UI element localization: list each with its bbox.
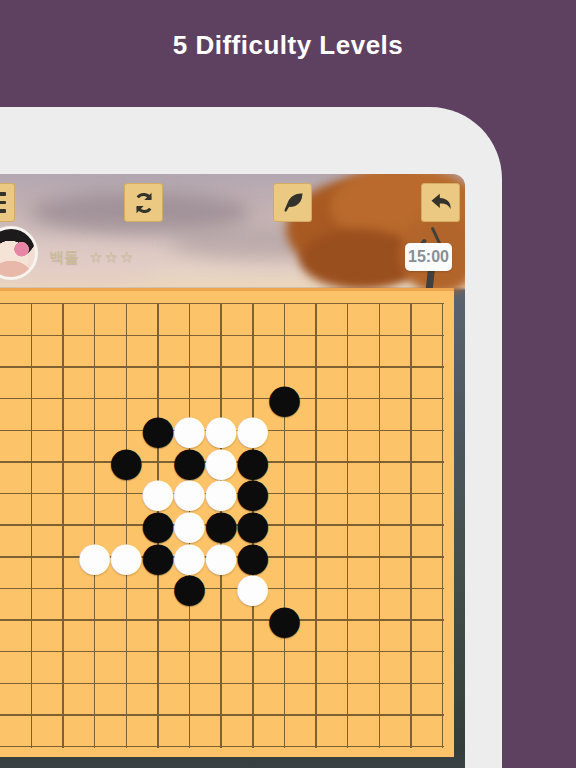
board-cell[interactable]: [395, 414, 427, 446]
board-cell[interactable]: [237, 636, 269, 668]
board-cell[interactable]: [363, 478, 395, 510]
board-cell[interactable]: [174, 320, 206, 352]
board-cell[interactable]: [0, 667, 16, 699]
board-cell[interactable]: [47, 288, 79, 320]
board-cell[interactable]: [47, 446, 79, 478]
board-cell[interactable]: [47, 541, 79, 573]
board-cell[interactable]: [16, 541, 48, 573]
board-cell[interactable]: [300, 636, 332, 668]
board-cell[interactable]: [427, 446, 459, 478]
board-cell[interactable]: [332, 383, 364, 415]
board-cell[interactable]: [142, 699, 174, 731]
black-stone: ●: [267, 378, 302, 418]
board-cell[interactable]: [363, 383, 395, 415]
board-cell[interactable]: [142, 667, 174, 699]
menu-icon: [0, 192, 6, 213]
board-cell[interactable]: [269, 731, 301, 763]
board-cell[interactable]: [427, 604, 459, 636]
board-cell[interactable]: ●: [79, 541, 111, 573]
board-cell[interactable]: [300, 320, 332, 352]
board-cell[interactable]: [332, 667, 364, 699]
board-cell[interactable]: [363, 446, 395, 478]
board-cell[interactable]: [110, 636, 142, 668]
board-cell[interactable]: [395, 351, 427, 383]
board-cell[interactable]: [332, 446, 364, 478]
board-cell[interactable]: [16, 351, 48, 383]
board-cell[interactable]: [427, 414, 459, 446]
board-cell[interactable]: [47, 320, 79, 352]
board-cell[interactable]: [79, 667, 111, 699]
board-cell[interactable]: [47, 699, 79, 731]
board-cell[interactable]: [300, 731, 332, 763]
board-cell[interactable]: [16, 320, 48, 352]
board-cell[interactable]: [47, 604, 79, 636]
board-cell[interactable]: [269, 446, 301, 478]
board-cell[interactable]: [300, 383, 332, 415]
board-cell[interactable]: [363, 604, 395, 636]
board-cell[interactable]: [205, 731, 237, 763]
board-cell[interactable]: [16, 604, 48, 636]
timer-badge: 15:00: [405, 243, 452, 271]
board-cell[interactable]: [300, 573, 332, 605]
white-stone: ●: [77, 536, 112, 576]
board-cell[interactable]: [269, 699, 301, 731]
black-stone: ●: [109, 441, 144, 481]
board-cell[interactable]: [300, 509, 332, 541]
board-cell[interactable]: [269, 288, 301, 320]
board-cell[interactable]: [79, 320, 111, 352]
board-cell[interactable]: [142, 351, 174, 383]
board-cell[interactable]: [142, 320, 174, 352]
board-cell[interactable]: [205, 604, 237, 636]
board-cell[interactable]: [395, 667, 427, 699]
board-cell[interactable]: [0, 509, 16, 541]
board-cell[interactable]: [16, 478, 48, 510]
board-cell[interactable]: [395, 604, 427, 636]
hint-button[interactable]: [273, 183, 312, 222]
board-cell[interactable]: [110, 383, 142, 415]
board-cell[interactable]: [332, 541, 364, 573]
board-cell[interactable]: ●: [237, 573, 269, 605]
board-cell[interactable]: [363, 351, 395, 383]
board-cell[interactable]: [395, 320, 427, 352]
board-cell[interactable]: [16, 414, 48, 446]
black-stone: ●: [267, 599, 302, 639]
board-cell[interactable]: [110, 604, 142, 636]
board-cell[interactable]: [300, 446, 332, 478]
board-cell[interactable]: [0, 699, 16, 731]
board-cell[interactable]: [427, 509, 459, 541]
board-cell[interactable]: ●: [174, 573, 206, 605]
board-cell[interactable]: ●: [142, 541, 174, 573]
board-cell[interactable]: [300, 667, 332, 699]
board-cell[interactable]: [0, 636, 16, 668]
board-cell[interactable]: [79, 699, 111, 731]
board-cell[interactable]: [269, 541, 301, 573]
board-cell[interactable]: [237, 667, 269, 699]
board-cell[interactable]: [300, 351, 332, 383]
board-cell[interactable]: [0, 383, 16, 415]
board-cell[interactable]: [395, 383, 427, 415]
difficulty-stars: ☆☆☆: [89, 248, 135, 265]
board-cell[interactable]: ●: [110, 446, 142, 478]
board-cell[interactable]: [110, 699, 142, 731]
board-cell[interactable]: [395, 446, 427, 478]
player-name: 백돌: [49, 248, 79, 265]
menu-button[interactable]: [0, 183, 15, 222]
board-cell[interactable]: [363, 731, 395, 763]
board-cell[interactable]: [47, 731, 79, 763]
board-cell[interactable]: [427, 573, 459, 605]
board-cell[interactable]: ●: [269, 383, 301, 415]
board-cell[interactable]: [395, 699, 427, 731]
board-cell[interactable]: [237, 351, 269, 383]
board-cell[interactable]: [427, 320, 459, 352]
board-cell[interactable]: ●: [205, 541, 237, 573]
board-cell[interactable]: [110, 667, 142, 699]
board-cell[interactable]: [427, 478, 459, 510]
board-cell[interactable]: [332, 699, 364, 731]
board-cell[interactable]: [0, 573, 16, 605]
board-cell[interactable]: [174, 731, 206, 763]
board-cell[interactable]: [47, 351, 79, 383]
black-stone: ●: [140, 409, 175, 449]
board-cell[interactable]: [205, 288, 237, 320]
board-cell[interactable]: [16, 509, 48, 541]
board-cell[interactable]: [332, 573, 364, 605]
board-cell[interactable]: [427, 351, 459, 383]
board-cell[interactable]: [427, 383, 459, 415]
board-cell[interactable]: [47, 636, 79, 668]
board-cell[interactable]: [142, 288, 174, 320]
board-cell[interactable]: [0, 351, 16, 383]
board-cell[interactable]: [79, 383, 111, 415]
timer-value: 15:00: [408, 248, 449, 266]
board-cell[interactable]: [79, 478, 111, 510]
board-cell[interactable]: [300, 541, 332, 573]
board-cell[interactable]: [16, 699, 48, 731]
board-cell[interactable]: [332, 636, 364, 668]
board-intersections: ●●●●●●●●●●●●●●●●●●●●●●●●●●: [0, 288, 458, 762]
board-cell[interactable]: [174, 699, 206, 731]
undo-button[interactable]: [421, 183, 460, 222]
board-cell[interactable]: [205, 667, 237, 699]
board-cell[interactable]: [16, 667, 48, 699]
board-cell[interactable]: [332, 288, 364, 320]
board-cell[interactable]: [332, 478, 364, 510]
board-cell[interactable]: [142, 731, 174, 763]
board-cell[interactable]: [363, 573, 395, 605]
white-stone: ●: [204, 536, 239, 576]
board-cell[interactable]: [110, 351, 142, 383]
board-cell[interactable]: [395, 541, 427, 573]
board-cell[interactable]: [300, 478, 332, 510]
board-cell[interactable]: [332, 320, 364, 352]
board-cell[interactable]: [269, 478, 301, 510]
board-cell[interactable]: [16, 288, 48, 320]
board-cell[interactable]: ●: [110, 541, 142, 573]
board-cell[interactable]: [16, 636, 48, 668]
board-cell[interactable]: [427, 699, 459, 731]
board-cell[interactable]: [269, 509, 301, 541]
board-cell[interactable]: [110, 731, 142, 763]
board-cell[interactable]: [332, 509, 364, 541]
board-cell[interactable]: [142, 636, 174, 668]
board-cell[interactable]: [79, 731, 111, 763]
board-cell[interactable]: [174, 351, 206, 383]
board-cell[interactable]: [269, 320, 301, 352]
board-cell[interactable]: [174, 667, 206, 699]
board-cell[interactable]: [363, 636, 395, 668]
board-cell[interactable]: [395, 478, 427, 510]
board-cell[interactable]: [237, 320, 269, 352]
board-cell[interactable]: [47, 573, 79, 605]
board-cell[interactable]: [237, 699, 269, 731]
board-cell[interactable]: [142, 604, 174, 636]
board-cell[interactable]: [427, 731, 459, 763]
feather-icon: [280, 190, 306, 216]
board-cell[interactable]: [363, 541, 395, 573]
board-cell[interactable]: [47, 509, 79, 541]
board-cell[interactable]: [0, 320, 16, 352]
board-cell[interactable]: ●: [269, 604, 301, 636]
undo-arrow-icon: [428, 190, 454, 216]
board-cell[interactable]: [363, 414, 395, 446]
board-cell[interactable]: [79, 604, 111, 636]
black-stone: ●: [172, 567, 207, 607]
board-cell[interactable]: [427, 636, 459, 668]
board-cell[interactable]: [332, 351, 364, 383]
board-cell[interactable]: [395, 573, 427, 605]
game-screen: 백돌 ☆☆☆ 15:00 ●●●●●●●●●●●●●●●●●●●●●●●●●●: [0, 174, 465, 768]
board-cell[interactable]: [79, 414, 111, 446]
page-title: 5 Difficulty Levels: [0, 30, 576, 61]
board-cell[interactable]: [0, 604, 16, 636]
board-cell[interactable]: [16, 573, 48, 605]
board-cell[interactable]: [427, 541, 459, 573]
board-cell[interactable]: [79, 636, 111, 668]
board-cell[interactable]: [427, 667, 459, 699]
board-cell[interactable]: [395, 731, 427, 763]
board-cell[interactable]: [16, 446, 48, 478]
board-cell[interactable]: [300, 604, 332, 636]
white-stone: ●: [109, 536, 144, 576]
board-cell[interactable]: [363, 699, 395, 731]
board-cell[interactable]: [47, 478, 79, 510]
board-cell[interactable]: [269, 667, 301, 699]
board-cell[interactable]: [237, 288, 269, 320]
board-cell[interactable]: [363, 667, 395, 699]
board-cell[interactable]: [0, 731, 16, 763]
board-cell[interactable]: [363, 320, 395, 352]
refresh-icon: [131, 190, 157, 216]
board-cell[interactable]: [79, 446, 111, 478]
board-cell[interactable]: [47, 383, 79, 415]
board-cell[interactable]: [79, 351, 111, 383]
board-cell[interactable]: [300, 288, 332, 320]
board-cell[interactable]: [0, 288, 16, 320]
board-cell[interactable]: [300, 414, 332, 446]
board-cell[interactable]: [395, 636, 427, 668]
board-cell[interactable]: [205, 699, 237, 731]
board-cell[interactable]: [174, 636, 206, 668]
board-cell[interactable]: [395, 288, 427, 320]
board-cell[interactable]: [47, 414, 79, 446]
board-cell[interactable]: [16, 731, 48, 763]
board-cell[interactable]: [110, 288, 142, 320]
player-name-label: 백돌 ☆☆☆: [49, 248, 136, 267]
board-cell[interactable]: [427, 288, 459, 320]
board-cell[interactable]: [110, 320, 142, 352]
board-cell[interactable]: [332, 414, 364, 446]
board-cell[interactable]: [363, 509, 395, 541]
board-cell[interactable]: [332, 604, 364, 636]
board-cell[interactable]: [0, 541, 16, 573]
white-stone: ●: [235, 567, 270, 607]
board-cell[interactable]: [363, 288, 395, 320]
board-cell[interactable]: [47, 667, 79, 699]
board-cell[interactable]: [205, 636, 237, 668]
board-cell[interactable]: [332, 731, 364, 763]
board-cell[interactable]: [0, 446, 16, 478]
board-cell[interactable]: [79, 288, 111, 320]
gomoku-board[interactable]: ●●●●●●●●●●●●●●●●●●●●●●●●●●: [0, 288, 454, 757]
board-cell[interactable]: [174, 288, 206, 320]
board-cell[interactable]: [395, 509, 427, 541]
app-store-screenshot: 5 Difficulty Levels: [0, 0, 576, 768]
black-stone: ●: [140, 536, 175, 576]
board-cell[interactable]: [205, 351, 237, 383]
restart-button[interactable]: [124, 183, 163, 222]
board-cell[interactable]: [237, 731, 269, 763]
board-cell[interactable]: [205, 320, 237, 352]
board-cell[interactable]: [0, 478, 16, 510]
board-cell[interactable]: [16, 383, 48, 415]
board-cell[interactable]: [300, 699, 332, 731]
board-cell[interactable]: [0, 414, 16, 446]
board-cell[interactable]: ●: [142, 414, 174, 446]
